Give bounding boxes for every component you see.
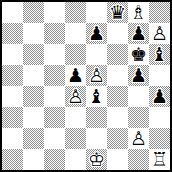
black-bishop: ♝ [86, 86, 107, 107]
square-d4[interactable]: ♟♙ [65, 86, 86, 107]
square-h1[interactable]: ♜♖ [149, 149, 170, 170]
white-rook: ♜♖ [149, 149, 170, 170]
square-f8[interactable]: ♛ [107, 2, 128, 23]
white-pawn: ♟♙ [86, 65, 107, 86]
black-pawn: ♟ [86, 23, 107, 44]
square-c2[interactable] [44, 128, 65, 149]
square-c5[interactable] [44, 65, 65, 86]
square-f1[interactable] [107, 149, 128, 170]
white-pawn: ♟♙ [149, 23, 170, 44]
black-pawn: ♟ [128, 23, 149, 44]
square-c8[interactable] [44, 2, 65, 23]
square-b1[interactable] [23, 149, 44, 170]
square-a4[interactable] [2, 86, 23, 107]
black-king: ♚ [128, 44, 149, 65]
square-h7[interactable]: ♟♙ [149, 23, 170, 44]
white-pawn: ♟♙ [128, 128, 149, 149]
square-f7[interactable] [107, 23, 128, 44]
square-e3[interactable] [86, 107, 107, 128]
square-d7[interactable] [65, 23, 86, 44]
square-e5[interactable]: ♟♙ [86, 65, 107, 86]
square-d3[interactable] [65, 107, 86, 128]
square-g5[interactable]: ♟ [128, 65, 149, 86]
square-b4[interactable] [23, 86, 44, 107]
square-g7[interactable]: ♟ [128, 23, 149, 44]
square-d6[interactable] [65, 44, 86, 65]
square-g1[interactable] [128, 149, 149, 170]
black-pawn: ♟ [149, 86, 170, 107]
white-pawn: ♟♙ [65, 86, 86, 107]
square-e8[interactable] [86, 2, 107, 23]
square-a6[interactable] [2, 44, 23, 65]
square-a8[interactable] [2, 2, 23, 23]
square-f6[interactable] [107, 44, 128, 65]
square-h6[interactable]: ♝ [149, 44, 170, 65]
square-e6[interactable] [86, 44, 107, 65]
chess-diagram: ♛♝♗♟♟♟♙♚♝♟♟♙♟♟♙♝♟♟♙♚♔♜♖ [0, 0, 172, 172]
square-b8[interactable] [23, 2, 44, 23]
square-b2[interactable] [23, 128, 44, 149]
square-b7[interactable] [23, 23, 44, 44]
square-c3[interactable] [44, 107, 65, 128]
square-g3[interactable] [128, 107, 149, 128]
square-a7[interactable] [2, 23, 23, 44]
square-g2[interactable]: ♟♙ [128, 128, 149, 149]
square-f2[interactable] [107, 128, 128, 149]
square-d2[interactable] [65, 128, 86, 149]
square-d8[interactable] [65, 2, 86, 23]
square-e2[interactable] [86, 128, 107, 149]
square-h4[interactable]: ♟ [149, 86, 170, 107]
square-g4[interactable] [128, 86, 149, 107]
square-f5[interactable] [107, 65, 128, 86]
black-pawn: ♟ [128, 65, 149, 86]
black-queen: ♛ [107, 2, 128, 23]
chess-board: ♛♝♗♟♟♟♙♚♝♟♟♙♟♟♙♝♟♟♙♚♔♜♖ [0, 0, 172, 172]
black-pawn: ♟ [65, 65, 86, 86]
square-h8[interactable] [149, 2, 170, 23]
square-a5[interactable] [2, 65, 23, 86]
square-f3[interactable] [107, 107, 128, 128]
square-b5[interactable] [23, 65, 44, 86]
square-d1[interactable] [65, 149, 86, 170]
square-e1[interactable]: ♚♔ [86, 149, 107, 170]
square-e4[interactable]: ♝ [86, 86, 107, 107]
square-c4[interactable] [44, 86, 65, 107]
square-g8[interactable]: ♝♗ [128, 2, 149, 23]
white-bishop: ♝♗ [128, 2, 149, 23]
square-d5[interactable]: ♟ [65, 65, 86, 86]
square-a2[interactable] [2, 128, 23, 149]
square-b6[interactable] [23, 44, 44, 65]
square-e7[interactable]: ♟ [86, 23, 107, 44]
square-b3[interactable] [23, 107, 44, 128]
square-g6[interactable]: ♚ [128, 44, 149, 65]
square-c6[interactable] [44, 44, 65, 65]
square-a1[interactable] [2, 149, 23, 170]
square-a3[interactable] [2, 107, 23, 128]
square-h2[interactable] [149, 128, 170, 149]
square-h3[interactable] [149, 107, 170, 128]
square-c7[interactable] [44, 23, 65, 44]
square-c1[interactable] [44, 149, 65, 170]
square-f4[interactable] [107, 86, 128, 107]
white-king: ♚♔ [86, 149, 107, 170]
black-bishop: ♝ [149, 44, 170, 65]
square-h5[interactable] [149, 65, 170, 86]
